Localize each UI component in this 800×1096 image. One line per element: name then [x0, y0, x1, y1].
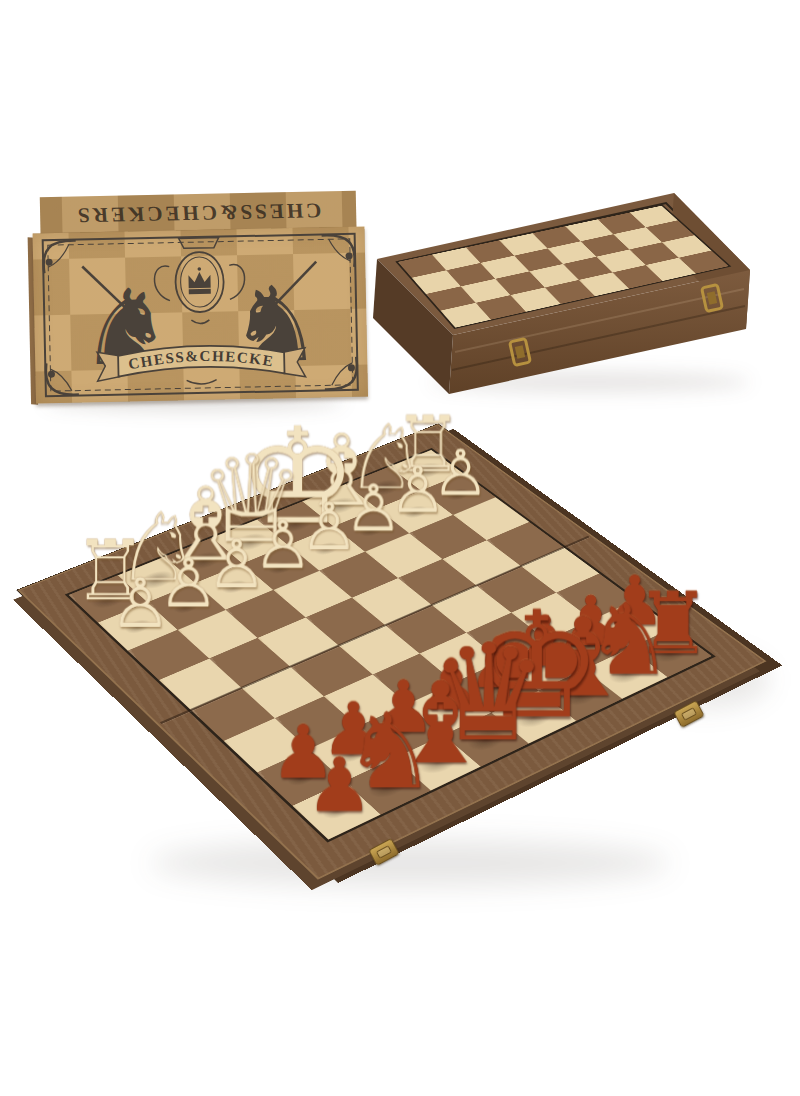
chessboard-grid: ♖♘♗♕♔♗♘♖♙♙♙♙♙♙♙♙♟♟♟♟♟♟♟♟♟♞♝♛♚♝♞♜ — [69, 450, 712, 840]
board-square-a8: ♟ — [292, 781, 380, 839]
case-top-grid — [395, 205, 731, 329]
open-chessboard: ♖♘♗♕♔♗♘♖♙♙♙♙♙♙♙♙♟♟♟♟♟♟♟♟♟♞♝♛♚♝♞♜ — [105, 345, 665, 905]
product-photo: CHESS&CHECKERS ♞ ♞ — [0, 0, 800, 1096]
piece-red-pawn: ♟ — [306, 749, 373, 824]
board-frame: ♖♘♗♕♔♗♘♖♙♙♙♙♙♙♙♙♟♟♟♟♟♟♟♟♟♞♝♛♚♝♞♜ — [18, 424, 767, 880]
piece-white-pawn: ♙ — [109, 570, 170, 638]
board-square-a2: ♙ — [98, 602, 177, 650]
box-lid-text: CHESS&CHECKERS — [74, 197, 322, 227]
